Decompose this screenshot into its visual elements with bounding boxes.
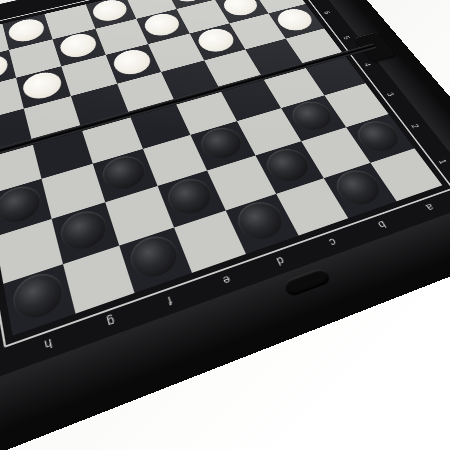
white-checker[interactable]	[194, 26, 239, 55]
white-checker[interactable]	[7, 16, 47, 45]
white-checker[interactable]	[57, 31, 99, 61]
black-checker[interactable]	[98, 152, 149, 195]
black-checker[interactable]	[163, 174, 218, 219]
black-checker[interactable]	[0, 182, 44, 228]
checkers-set: hgfedcba 87654321	[0, 0, 450, 393]
rank-label: 6	[303, 1, 351, 24]
white-checker[interactable]	[141, 11, 183, 39]
photo-background: hgfedcba 87654321	[0, 0, 450, 450]
black-checker[interactable]	[196, 124, 248, 163]
white-checker[interactable]	[21, 69, 65, 103]
black-checker[interactable]	[125, 231, 183, 283]
white-checker[interactable]	[110, 46, 154, 77]
white-checker[interactable]	[90, 0, 131, 24]
